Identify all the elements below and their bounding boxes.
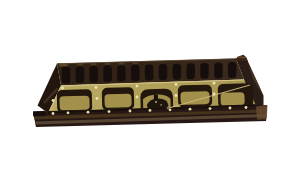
rivet <box>136 85 139 88</box>
hinge-tab-edge <box>238 57 246 58</box>
rib-slot <box>214 63 223 79</box>
rivet <box>175 94 178 97</box>
rivet <box>108 110 111 113</box>
rib-slot <box>186 63 195 79</box>
rib-slot <box>228 62 237 78</box>
rivet <box>169 108 172 111</box>
rib-slot <box>145 64 154 80</box>
cutout-5-interior <box>220 92 244 106</box>
rib-slot <box>200 63 209 79</box>
cutout-1 <box>57 89 93 113</box>
rivet <box>213 93 216 96</box>
rivet <box>52 99 55 102</box>
rivet <box>136 96 139 99</box>
rib-slot <box>117 65 126 81</box>
bottom-rail-end-cap <box>256 105 268 120</box>
rivet <box>96 97 99 100</box>
rib-slot <box>62 67 71 84</box>
rivet <box>175 83 178 86</box>
rivet <box>229 107 232 110</box>
rib-notch <box>77 64 83 66</box>
rivet <box>189 108 192 111</box>
rib-notch <box>63 64 69 66</box>
cutout-2 <box>102 87 135 110</box>
rivet <box>52 112 55 115</box>
rivet <box>209 107 212 110</box>
rib-notch <box>105 63 111 65</box>
rib-slot <box>173 64 182 80</box>
tailgate-group <box>33 55 268 127</box>
rivet <box>129 110 132 113</box>
rivet <box>61 87 64 90</box>
cutout-2-interior <box>104 94 131 108</box>
tailgate-photo <box>0 0 300 193</box>
bottom-rail-left-step <box>33 111 45 117</box>
rib-slot <box>131 65 140 81</box>
rivet <box>67 111 70 114</box>
rib-notch <box>91 63 97 65</box>
rib-slot <box>89 66 98 83</box>
cutout-1-interior <box>59 96 89 111</box>
rivet <box>149 109 152 112</box>
photo-canvas <box>0 0 300 193</box>
rib-slot <box>159 64 168 80</box>
rivet <box>95 86 98 89</box>
rib-slot <box>76 66 85 83</box>
rivet <box>87 111 90 114</box>
rib-notch <box>132 62 138 64</box>
rivet <box>245 106 248 109</box>
rib-slot <box>103 66 112 82</box>
rib-notch <box>118 63 124 65</box>
rivet <box>213 82 216 85</box>
